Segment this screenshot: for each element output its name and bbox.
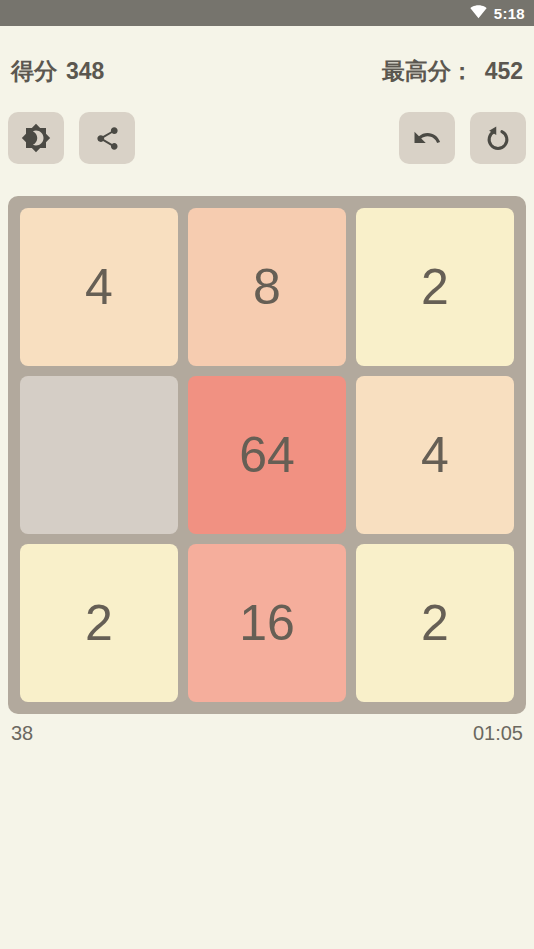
- status-bar: 5:18: [0, 0, 534, 26]
- best-score-label: 最高分：: [382, 58, 474, 84]
- tile-2: 2: [20, 544, 178, 702]
- restart-icon: [483, 123, 513, 153]
- undo-button[interactable]: [399, 112, 455, 164]
- score-row: 得分348 最高分：452: [0, 58, 534, 84]
- tile-4: 4: [20, 208, 178, 366]
- undo-icon: [412, 123, 442, 153]
- tile-2: 2: [356, 208, 514, 366]
- best-score-value: 452: [485, 58, 523, 84]
- footer-row: 38 01:05: [0, 722, 534, 745]
- brightness-theme-icon: [21, 123, 51, 153]
- tile-8: 8: [188, 208, 346, 366]
- current-score: 得分348: [11, 58, 104, 84]
- toolbar: [0, 112, 534, 164]
- score-value: 348: [66, 58, 104, 84]
- restart-button[interactable]: [470, 112, 526, 164]
- wifi-icon: [470, 3, 487, 24]
- tile-2: 2: [356, 544, 514, 702]
- status-time: 5:18: [494, 5, 525, 22]
- best-score: 最高分：452: [382, 58, 523, 84]
- share-button[interactable]: [79, 112, 135, 164]
- tile-16: 16: [188, 544, 346, 702]
- tile-4: 4: [356, 376, 514, 534]
- empty-cell: [20, 376, 178, 534]
- score-label: 得分: [11, 58, 57, 84]
- move-counter: 38: [11, 722, 33, 745]
- theme-toggle-button[interactable]: [8, 112, 64, 164]
- toolbar-right-group: [399, 112, 526, 164]
- tile-64: 64: [188, 376, 346, 534]
- game-timer: 01:05: [473, 722, 523, 745]
- share-icon: [94, 125, 121, 152]
- board[interactable]: 4826442162: [8, 196, 526, 714]
- toolbar-left-group: [8, 112, 135, 164]
- app-screen: 5:18 得分348 最高分：452: [0, 0, 534, 949]
